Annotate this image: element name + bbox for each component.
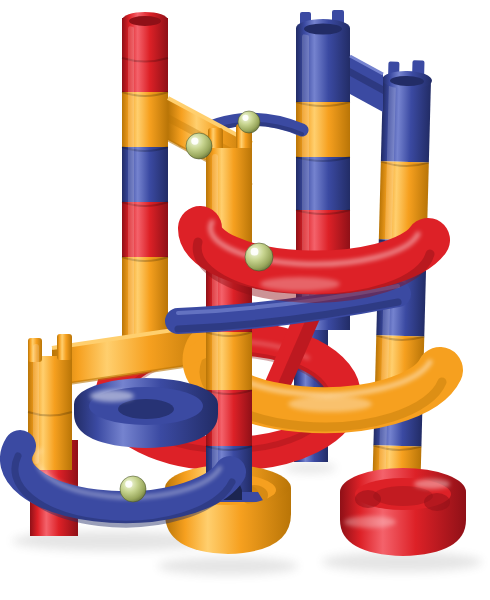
- tower-highlight: [128, 26, 134, 342]
- glint: [260, 277, 340, 291]
- marble-run-photo: Marble run construction toy: [0, 0, 490, 600]
- blue-funnel-dish: [74, 378, 218, 448]
- shadow-blue-pillar: [284, 463, 336, 473]
- base-hollow: [355, 490, 381, 508]
- funnel-hole: [118, 399, 174, 419]
- glint: [344, 516, 396, 528]
- glass-marble: [186, 133, 212, 159]
- glass-marble: [238, 111, 260, 133]
- shadow-orange-base: [158, 557, 298, 575]
- red-round-base: [340, 468, 466, 556]
- glass-marble: [120, 476, 146, 502]
- base-dish-shade: [373, 486, 433, 506]
- marble-glint: [191, 137, 198, 144]
- rim-prong: [57, 334, 72, 360]
- marble-glint: [242, 115, 248, 121]
- tube-bore: [129, 16, 161, 26]
- left-tower: [122, 12, 168, 353]
- base-hollow: [424, 493, 450, 511]
- marble-glint: [125, 480, 132, 487]
- marble-run-scene: [0, 0, 490, 600]
- blue-bridge-channel: [350, 56, 383, 112]
- glint: [90, 390, 134, 402]
- tube-bore: [304, 24, 342, 35]
- glint: [288, 396, 372, 412]
- glint: [414, 479, 450, 489]
- marble-glint: [251, 248, 259, 256]
- glass-marble: [245, 243, 273, 271]
